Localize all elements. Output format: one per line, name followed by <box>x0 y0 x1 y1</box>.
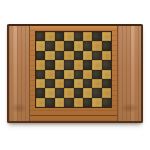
square-a5[interactable] <box>36 60 45 69</box>
right-rail <box>117 26 141 121</box>
square-c4[interactable] <box>55 70 64 79</box>
square-d4[interactable] <box>64 70 73 79</box>
square-c2[interactable] <box>55 88 64 97</box>
square-b7[interactable] <box>45 41 54 50</box>
square-a3[interactable] <box>36 79 45 88</box>
square-h6[interactable] <box>102 51 111 60</box>
square-g2[interactable] <box>92 88 101 97</box>
square-e8[interactable] <box>74 32 83 41</box>
square-h7[interactable] <box>102 41 111 50</box>
square-d6[interactable] <box>64 51 73 60</box>
square-f3[interactable] <box>83 79 92 88</box>
square-d2[interactable] <box>64 88 73 97</box>
square-g3[interactable] <box>92 79 101 88</box>
square-e2[interactable] <box>74 88 83 97</box>
square-g7[interactable] <box>92 41 101 50</box>
square-b8[interactable] <box>45 32 54 41</box>
square-c1[interactable] <box>55 98 64 107</box>
square-f7[interactable] <box>83 41 92 50</box>
square-a8[interactable] <box>36 32 45 41</box>
square-a4[interactable] <box>36 70 45 79</box>
square-e3[interactable] <box>74 79 83 88</box>
game-board <box>7 24 143 123</box>
square-e6[interactable] <box>74 51 83 60</box>
square-c7[interactable] <box>55 41 64 50</box>
square-e4[interactable] <box>74 70 83 79</box>
frame-seam <box>30 115 117 116</box>
checkerboard-grid <box>35 31 112 108</box>
square-c3[interactable] <box>55 79 64 88</box>
square-d1[interactable] <box>64 98 73 107</box>
left-rail <box>9 26 30 121</box>
wood-grain-streak <box>131 26 135 121</box>
wood-knot <box>120 103 139 113</box>
square-h4[interactable] <box>102 70 111 79</box>
square-b5[interactable] <box>45 60 54 69</box>
square-b1[interactable] <box>45 98 54 107</box>
square-h8[interactable] <box>102 32 111 41</box>
board-frame-panel <box>30 26 117 121</box>
square-f2[interactable] <box>83 88 92 97</box>
square-g6[interactable] <box>92 51 101 60</box>
photo-canvas <box>0 0 150 150</box>
square-d7[interactable] <box>64 41 73 50</box>
square-f1[interactable] <box>83 98 92 107</box>
square-c5[interactable] <box>55 60 64 69</box>
square-h2[interactable] <box>102 88 111 97</box>
wood-grain-streak <box>13 26 17 121</box>
square-a6[interactable] <box>36 51 45 60</box>
frame-highlight <box>30 26 117 30</box>
square-h5[interactable] <box>102 60 111 69</box>
square-g4[interactable] <box>92 70 101 79</box>
square-b6[interactable] <box>45 51 54 60</box>
square-f4[interactable] <box>83 70 92 79</box>
square-g1[interactable] <box>92 98 101 107</box>
square-d8[interactable] <box>64 32 73 41</box>
square-f8[interactable] <box>83 32 92 41</box>
square-b2[interactable] <box>45 88 54 97</box>
square-h3[interactable] <box>102 79 111 88</box>
square-a1[interactable] <box>36 98 45 107</box>
square-e7[interactable] <box>74 41 83 50</box>
square-b4[interactable] <box>45 70 54 79</box>
square-h1[interactable] <box>102 98 111 107</box>
square-f6[interactable] <box>83 51 92 60</box>
square-f5[interactable] <box>83 60 92 69</box>
square-a2[interactable] <box>36 88 45 97</box>
square-a7[interactable] <box>36 41 45 50</box>
square-d3[interactable] <box>64 79 73 88</box>
square-d5[interactable] <box>64 60 73 69</box>
square-g5[interactable] <box>92 60 101 69</box>
square-c8[interactable] <box>55 32 64 41</box>
square-b3[interactable] <box>45 79 54 88</box>
wood-knot <box>11 103 27 113</box>
square-e5[interactable] <box>74 60 83 69</box>
square-g8[interactable] <box>92 32 101 41</box>
square-e1[interactable] <box>74 98 83 107</box>
square-c6[interactable] <box>55 51 64 60</box>
